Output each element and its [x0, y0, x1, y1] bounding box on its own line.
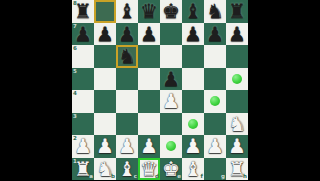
rank-label: 8: [73, 1, 77, 7]
rank-label: 2: [73, 136, 77, 142]
white-pawn-piece[interactable]: ♟: [206, 136, 224, 156]
square-a6[interactable]: 6: [72, 45, 94, 68]
square-a3[interactable]: 3: [72, 113, 94, 136]
black-pawn-piece[interactable]: ♟: [162, 69, 180, 89]
legal-move-dot[interactable]: [166, 141, 176, 151]
rank-label: 7: [73, 24, 77, 30]
black-bishop-piece[interactable]: ♝: [184, 1, 202, 21]
file-label: d: [155, 174, 159, 180]
square-h5[interactable]: [226, 68, 248, 91]
square-c8[interactable]: ♝: [116, 0, 138, 23]
black-pawn-piece[interactable]: ♟: [228, 24, 246, 44]
square-d2[interactable]: ♟: [138, 135, 160, 158]
rank-label: 1: [73, 159, 77, 165]
square-d8[interactable]: ♛: [138, 0, 160, 23]
white-pawn-piece[interactable]: ♟: [118, 136, 136, 156]
square-b6[interactable]: [94, 45, 116, 68]
black-pawn-piece[interactable]: ♟: [140, 24, 158, 44]
square-d4[interactable]: [138, 90, 160, 113]
square-b5[interactable]: [94, 68, 116, 91]
square-c4[interactable]: [116, 90, 138, 113]
square-e2[interactable]: [160, 135, 182, 158]
file-label: h: [243, 174, 247, 180]
black-knight-piece[interactable]: ♞: [118, 46, 136, 66]
black-knight-piece[interactable]: ♞: [206, 1, 224, 21]
file-label: f: [201, 174, 203, 180]
square-g6[interactable]: [204, 45, 226, 68]
square-a2[interactable]: 2♟: [72, 135, 94, 158]
white-pawn-piece[interactable]: ♟: [140, 136, 158, 156]
square-g8[interactable]: ♞: [204, 0, 226, 23]
square-a7[interactable]: 7♟: [72, 23, 94, 46]
square-c2[interactable]: ♟: [116, 135, 138, 158]
square-d5[interactable]: [138, 68, 160, 91]
square-a8[interactable]: 8♜: [72, 0, 94, 23]
square-e7[interactable]: [160, 23, 182, 46]
square-g3[interactable]: [204, 113, 226, 136]
square-a1[interactable]: 1a♜: [72, 158, 94, 181]
square-g5[interactable]: [204, 68, 226, 91]
file-label: e: [177, 174, 181, 180]
black-pawn-piece[interactable]: ♟: [184, 24, 202, 44]
white-pawn-piece[interactable]: ♟: [184, 136, 202, 156]
rank-label: 5: [73, 69, 77, 75]
white-knight-piece[interactable]: ♞: [228, 114, 246, 134]
square-f7[interactable]: ♟: [182, 23, 204, 46]
square-f6[interactable]: [182, 45, 204, 68]
chess-board: 8♜♝♛♚♝♞♜7♟♟♟♟♟♟♟6♞5♟4♟3♞2♟♟♟♟♟♟♟1a♜b♞c♝d…: [72, 0, 248, 180]
square-d6[interactable]: [138, 45, 160, 68]
file-label: a: [89, 174, 93, 180]
square-d3[interactable]: [138, 113, 160, 136]
white-pawn-piece[interactable]: ♟: [162, 91, 180, 111]
square-e6[interactable]: [160, 45, 182, 68]
file-label: c: [134, 174, 137, 180]
square-f8[interactable]: ♝: [182, 0, 204, 23]
square-e3[interactable]: [160, 113, 182, 136]
square-h4[interactable]: [226, 90, 248, 113]
black-queen-piece[interactable]: ♛: [140, 1, 158, 21]
black-rook-piece[interactable]: ♜: [228, 1, 246, 21]
black-bishop-piece[interactable]: ♝: [118, 1, 136, 21]
square-c1[interactable]: c♝: [116, 158, 138, 181]
black-pawn-piece[interactable]: ♟: [96, 24, 114, 44]
white-bishop-piece[interactable]: ♝: [184, 159, 202, 179]
square-c6[interactable]: ♞: [116, 45, 138, 68]
square-b1[interactable]: b♞: [94, 158, 116, 181]
square-e5[interactable]: ♟: [160, 68, 182, 91]
square-h7[interactable]: ♟: [226, 23, 248, 46]
square-h1[interactable]: h♜: [226, 158, 248, 181]
square-h3[interactable]: ♞: [226, 113, 248, 136]
black-pawn-piece[interactable]: ♟: [118, 24, 136, 44]
screenshot-stage: 8♜♝♛♚♝♞♜7♟♟♟♟♟♟♟6♞5♟4♟3♞2♟♟♟♟♟♟♟1a♜b♞c♝d…: [0, 0, 320, 180]
square-b8[interactable]: [94, 0, 116, 23]
black-pawn-piece[interactable]: ♟: [206, 24, 224, 44]
square-d7[interactable]: ♟: [138, 23, 160, 46]
square-b2[interactable]: ♟: [94, 135, 116, 158]
square-c7[interactable]: ♟: [116, 23, 138, 46]
rank-label: 6: [73, 46, 77, 52]
square-e8[interactable]: ♚: [160, 0, 182, 23]
square-g1[interactable]: g: [204, 158, 226, 181]
square-h8[interactable]: ♜: [226, 0, 248, 23]
rank-label: 4: [73, 91, 77, 97]
square-g7[interactable]: ♟: [204, 23, 226, 46]
square-e1[interactable]: e♚: [160, 158, 182, 181]
square-c5[interactable]: [116, 68, 138, 91]
square-b7[interactable]: ♟: [94, 23, 116, 46]
square-d1[interactable]: d♛: [138, 158, 160, 181]
square-e4[interactable]: ♟: [160, 90, 182, 113]
legal-move-dot[interactable]: [188, 119, 198, 129]
square-f2[interactable]: ♟: [182, 135, 204, 158]
legal-move-dot[interactable]: [210, 96, 220, 106]
square-c3[interactable]: [116, 113, 138, 136]
square-g4[interactable]: [204, 90, 226, 113]
square-h6[interactable]: [226, 45, 248, 68]
square-f5[interactable]: [182, 68, 204, 91]
white-pawn-piece[interactable]: ♟: [228, 136, 246, 156]
white-pawn-piece[interactable]: ♟: [96, 136, 114, 156]
square-b4[interactable]: [94, 90, 116, 113]
rank-label: 3: [73, 114, 77, 120]
file-label: g: [221, 174, 225, 180]
square-f4[interactable]: [182, 90, 204, 113]
square-g2[interactable]: ♟: [204, 135, 226, 158]
file-label: b: [111, 174, 115, 180]
square-f1[interactable]: f♝: [182, 158, 204, 181]
square-a4[interactable]: 4: [72, 90, 94, 113]
legal-move-dot[interactable]: [232, 74, 242, 84]
square-a5[interactable]: 5: [72, 68, 94, 91]
black-king-piece[interactable]: ♚: [162, 1, 180, 21]
square-f3[interactable]: [182, 113, 204, 136]
square-b3[interactable]: [94, 113, 116, 136]
square-h2[interactable]: ♟: [226, 135, 248, 158]
